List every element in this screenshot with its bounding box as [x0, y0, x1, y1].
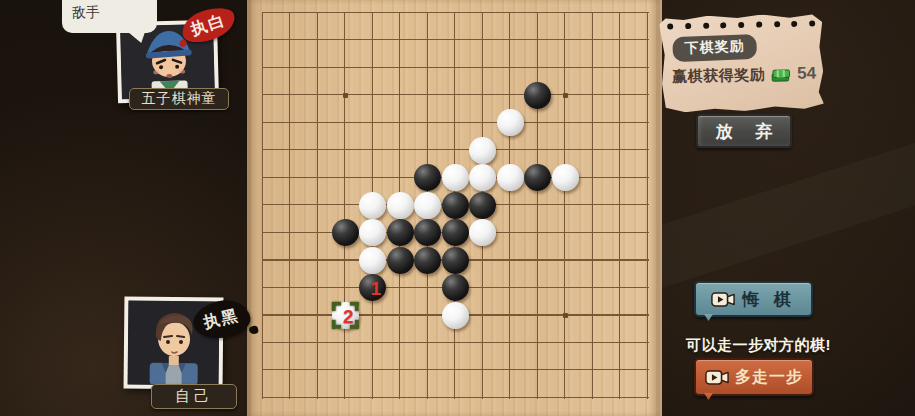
gomoku-board: 12 — [247, 0, 662, 416]
white-stone — [387, 192, 414, 219]
video-ad-icon — [711, 291, 735, 308]
black-stone — [414, 219, 441, 246]
reward-line-text: 赢棋获得奖励 — [672, 65, 765, 86]
move-number-label: 1 — [370, 279, 381, 298]
button-notch — [704, 314, 713, 321]
white-stone — [497, 109, 524, 136]
black-stone — [414, 247, 441, 274]
black-stone — [442, 274, 469, 301]
speech-bubble: 敌手 — [62, 0, 157, 33]
white-stone — [469, 137, 496, 164]
note-perforation — [667, 20, 815, 29]
perforation-hole — [774, 21, 780, 27]
white-stone — [359, 192, 386, 219]
star-point — [563, 93, 568, 98]
perforation-hole — [791, 21, 797, 27]
move-number-label: 2 — [343, 307, 354, 326]
perforation-hole — [703, 23, 709, 29]
extra-move-button-label: 多走一步 — [735, 367, 803, 388]
game-screen: 12 敌手 — [0, 0, 915, 416]
black-stone — [524, 82, 551, 109]
video-ad-icon — [705, 369, 729, 386]
perforation-hole — [685, 23, 691, 29]
white-stone — [359, 219, 386, 246]
reward-line: 赢棋获得奖励 54 — [672, 63, 816, 86]
black-stone — [442, 247, 469, 274]
black-stone — [332, 219, 359, 246]
perforation-hole — [738, 22, 744, 28]
white-stone — [469, 164, 496, 191]
perforation-hole — [720, 22, 726, 28]
background-texture — [639, 130, 915, 289]
extra-move-button[interactable]: 多走一步 — [694, 358, 814, 396]
black-stone — [524, 164, 551, 191]
undo-button-label: 悔 棋 — [742, 288, 796, 311]
money-stack-icon — [770, 65, 792, 82]
reward-note: 下棋奖励 赢棋获得奖励 54 — [659, 13, 824, 112]
white-stone — [414, 192, 441, 219]
star-point — [343, 93, 348, 98]
white-stone — [469, 219, 496, 246]
black-stone — [387, 247, 414, 274]
black-stone — [387, 219, 414, 246]
perforation-hole — [756, 22, 762, 28]
black-stone — [414, 164, 441, 191]
white-stone — [497, 164, 524, 191]
white-stone — [442, 302, 469, 329]
board-grid[interactable]: 12 — [249, 0, 662, 412]
give-up-button[interactable]: 放 弃 — [696, 114, 792, 148]
extra-move-tip: 可以走一步对方的棋! — [686, 336, 836, 355]
black-stone — [469, 192, 496, 219]
button-notch — [704, 393, 713, 400]
star-point — [563, 313, 568, 318]
reward-title-badge: 下棋奖励 — [672, 34, 757, 62]
undo-button[interactable]: 悔 棋 — [694, 281, 813, 317]
black-stone — [442, 219, 469, 246]
white-stone — [442, 164, 469, 191]
perforation-hole — [809, 20, 815, 26]
black-stone — [442, 192, 469, 219]
opponent-nameplate: 五子棋神童 — [129, 88, 229, 110]
white-stone — [552, 164, 579, 191]
player-nameplate: 自己 — [151, 384, 237, 409]
perforation-hole — [667, 23, 673, 29]
reward-amount: 54 — [797, 63, 816, 83]
white-stone — [359, 247, 386, 274]
speech-bubble-text: 敌手 — [72, 4, 100, 22]
